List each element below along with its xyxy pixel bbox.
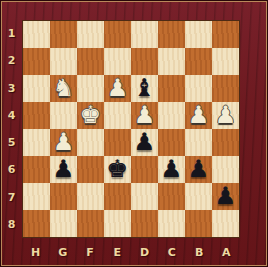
file-label-g: G: [49, 238, 76, 266]
square-e1[interactable]: [104, 21, 131, 48]
square-a6[interactable]: [212, 156, 239, 183]
square-e2[interactable]: [104, 48, 131, 75]
square-a8[interactable]: [212, 210, 239, 237]
rank-label-4: 4: [1, 102, 22, 129]
chess-board: ♞♟♝♚♟♟♟♟♟♟♚♟♟♟: [22, 20, 240, 238]
square-f1[interactable]: [77, 21, 104, 48]
black-bishop-d3: ♝: [134, 75, 156, 102]
black-pawn-a7: ♟: [215, 183, 237, 210]
square-b1[interactable]: [185, 21, 212, 48]
white-knight-g3: ♞: [53, 75, 75, 102]
square-f4[interactable]: ♚: [77, 102, 104, 129]
square-b5[interactable]: [185, 129, 212, 156]
square-b4[interactable]: ♟: [185, 102, 212, 129]
rank-label-7: 7: [1, 184, 22, 211]
rank-labels: 12345678: [1, 20, 22, 238]
square-d7[interactable]: [131, 183, 158, 210]
square-a1[interactable]: [212, 21, 239, 48]
square-e5[interactable]: [104, 129, 131, 156]
square-g1[interactable]: [50, 21, 77, 48]
square-g6[interactable]: ♟: [50, 156, 77, 183]
square-e6[interactable]: ♚: [104, 156, 131, 183]
square-g7[interactable]: [50, 183, 77, 210]
square-e8[interactable]: [104, 210, 131, 237]
rank-label-2: 2: [1, 47, 22, 74]
file-label-h: H: [22, 238, 49, 266]
square-c6[interactable]: ♟: [158, 156, 185, 183]
square-d1[interactable]: [131, 21, 158, 48]
black-pawn-d5: ♟: [134, 129, 156, 156]
square-h7[interactable]: [23, 183, 50, 210]
square-d5[interactable]: ♟: [131, 129, 158, 156]
square-e3[interactable]: ♟: [104, 75, 131, 102]
square-c2[interactable]: [158, 48, 185, 75]
square-d4[interactable]: ♟: [131, 102, 158, 129]
rank-label-8: 8: [1, 211, 22, 238]
square-f6[interactable]: [77, 156, 104, 183]
white-pawn-b4: ♟: [188, 102, 210, 129]
file-label-c: C: [158, 238, 185, 266]
square-g8[interactable]: [50, 210, 77, 237]
square-c8[interactable]: [158, 210, 185, 237]
square-c4[interactable]: [158, 102, 185, 129]
file-label-e: E: [104, 238, 131, 266]
square-d2[interactable]: [131, 48, 158, 75]
square-a7[interactable]: ♟: [212, 183, 239, 210]
square-f2[interactable]: [77, 48, 104, 75]
file-label-d: D: [131, 238, 158, 266]
rank-label-6: 6: [1, 156, 22, 183]
square-g2[interactable]: [50, 48, 77, 75]
square-d8[interactable]: [131, 210, 158, 237]
square-f8[interactable]: [77, 210, 104, 237]
chess-diagram-frame: 12345678 ♞♟♝♚♟♟♟♟♟♟♚♟♟♟ HGFEDCBA: [0, 0, 268, 267]
square-h2[interactable]: [23, 48, 50, 75]
square-a3[interactable]: [212, 75, 239, 102]
square-g5[interactable]: ♟: [50, 129, 77, 156]
rank-label-5: 5: [1, 129, 22, 156]
square-g3[interactable]: ♞: [50, 75, 77, 102]
black-pawn-c6: ♟: [161, 156, 183, 183]
square-b6[interactable]: ♟: [185, 156, 212, 183]
square-h3[interactable]: [23, 75, 50, 102]
square-b7[interactable]: [185, 183, 212, 210]
square-h8[interactable]: [23, 210, 50, 237]
square-a2[interactable]: [212, 48, 239, 75]
square-f5[interactable]: [77, 129, 104, 156]
rank-label-1: 1: [1, 20, 22, 47]
square-g4[interactable]: [50, 102, 77, 129]
rank-label-3: 3: [1, 75, 22, 102]
white-pawn-a4: ♟: [215, 102, 237, 129]
file-labels: HGFEDCBA: [22, 238, 240, 266]
square-b2[interactable]: [185, 48, 212, 75]
square-h1[interactable]: [23, 21, 50, 48]
black-king-e6: ♚: [107, 156, 129, 183]
file-label-b: B: [186, 238, 213, 266]
square-b8[interactable]: [185, 210, 212, 237]
square-d6[interactable]: [131, 156, 158, 183]
square-c3[interactable]: [158, 75, 185, 102]
square-c5[interactable]: [158, 129, 185, 156]
square-a4[interactable]: ♟: [212, 102, 239, 129]
square-f3[interactable]: [77, 75, 104, 102]
square-c1[interactable]: [158, 21, 185, 48]
white-pawn-d4: ♟: [134, 102, 156, 129]
square-h6[interactable]: [23, 156, 50, 183]
square-h5[interactable]: [23, 129, 50, 156]
square-c7[interactable]: [158, 183, 185, 210]
white-pawn-g5: ♟: [53, 129, 75, 156]
square-e4[interactable]: [104, 102, 131, 129]
black-pawn-g6: ♟: [53, 156, 75, 183]
square-b3[interactable]: [185, 75, 212, 102]
file-label-f: F: [77, 238, 104, 266]
file-label-a: A: [213, 238, 240, 266]
black-pawn-b6: ♟: [188, 156, 210, 183]
white-king-f4: ♚: [80, 102, 102, 129]
square-f7[interactable]: [77, 183, 104, 210]
white-pawn-e3: ♟: [107, 75, 129, 102]
square-e7[interactable]: [104, 183, 131, 210]
square-a5[interactable]: [212, 129, 239, 156]
square-d3[interactable]: ♝: [131, 75, 158, 102]
square-h4[interactable]: [23, 102, 50, 129]
